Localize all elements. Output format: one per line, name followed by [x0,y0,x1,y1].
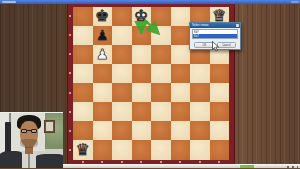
square-h4[interactable] [210,83,230,102]
square-d2[interactable] [132,121,152,140]
square-e7[interactable] [151,26,171,45]
square-g3[interactable] [190,102,210,121]
square-a7[interactable] [73,26,93,45]
file-label-h [218,161,220,163]
square-f2[interactable] [171,121,191,140]
square-f8[interactable] [171,7,191,26]
square-c3[interactable] [112,102,132,121]
dialog-list-item-label: Ke7 [193,35,199,38]
black-queen-a1[interactable]: ♛ [73,140,93,159]
square-e5[interactable] [151,64,171,83]
square-d3[interactable] [132,102,152,121]
webcam-video [0,112,63,168]
status-mark [287,166,289,168]
square-g5[interactable] [190,64,210,83]
ok-button-label: OK [202,44,206,47]
square-d5[interactable] [132,64,152,83]
square-h3[interactable] [210,102,230,121]
square-c8[interactable] [112,7,132,26]
window-controls[interactable] [291,1,299,3]
presenter-glasses [21,129,37,134]
square-c2[interactable] [112,121,132,140]
rank-label-3 [69,111,71,113]
square-g1[interactable] [190,140,210,159]
square-e1[interactable] [151,140,171,159]
close-icon[interactable] [236,24,239,27]
square-f7[interactable] [171,26,191,45]
ok-button[interactable]: OK [194,42,214,48]
window-titlebar [0,0,300,4]
square-h1[interactable] [210,140,230,159]
square-b4[interactable] [93,83,113,102]
white-pawn-b6[interactable]: ♟ [93,45,113,64]
file-label-a [82,161,84,163]
square-e8[interactable] [151,7,171,26]
presenter-jacket [34,154,63,168]
black-pawn-b7[interactable]: ♟ [93,26,113,45]
square-h2[interactable] [210,121,230,140]
status-mark [297,166,298,168]
square-f1[interactable] [171,140,191,159]
dialog-list-item-1[interactable]: Ke7 [193,34,237,38]
square-d6[interactable] [132,45,152,64]
window-title-text [2,1,16,3]
file-label-d [140,161,142,163]
dialog-list-item-label: Kd7 [193,31,199,34]
square-a6[interactable] [73,45,93,64]
dialog-listbox: Kd7Ke7 [192,29,238,39]
square-c7[interactable] [112,26,132,45]
square-c4[interactable] [112,83,132,102]
rank-label-8 [69,15,71,17]
square-c6[interactable] [112,45,132,64]
square-d1[interactable] [132,140,152,159]
square-c1[interactable] [112,140,132,159]
rank-label-5 [69,72,71,74]
square-f6[interactable] [171,45,191,64]
square-d7[interactable] [132,26,152,45]
rank-label-4 [69,92,71,94]
square-f3[interactable] [171,102,191,121]
square-h5[interactable] [210,64,230,83]
square-c5[interactable] [112,64,132,83]
mouse-cursor-icon [212,41,220,52]
square-a8[interactable] [73,7,93,26]
file-label-f [179,161,181,163]
square-g4[interactable] [190,83,210,102]
square-a4[interactable] [73,83,93,102]
square-e2[interactable] [151,121,171,140]
square-b1[interactable] [93,140,113,159]
file-label-g [199,161,201,163]
cancel-button-label: Cancel [222,44,230,47]
dialog-titlebar[interactable]: Select move [190,23,240,28]
presenter-jacket [0,151,24,168]
presenter-shirt-placket [28,154,30,168]
square-e3[interactable] [151,102,171,121]
status-progress-indicator [240,165,254,168]
rank-label-6 [69,53,71,55]
status-bar [62,164,300,169]
square-f4[interactable] [171,83,191,102]
square-a3[interactable] [73,102,93,121]
square-b2[interactable] [93,121,113,140]
square-e4[interactable] [151,83,171,102]
rank-label-1 [69,149,71,151]
square-e6[interactable] [151,45,171,64]
square-f5[interactable] [171,64,191,83]
file-label-b [101,161,103,163]
file-label-c [121,161,123,163]
rank-label-7 [69,34,71,36]
square-b5[interactable] [93,64,113,83]
square-a2[interactable] [73,121,93,140]
square-g2[interactable] [190,121,210,140]
square-d4[interactable] [132,83,152,102]
file-label-e [160,161,162,163]
dialog-title: Select move [192,23,209,26]
rank-label-2 [69,130,71,132]
square-a5[interactable] [73,64,93,83]
presenter-beard-shadow [20,139,38,148]
white-king-d8[interactable]: ♚ [132,7,152,26]
picture-frame [44,120,55,133]
black-king-b8[interactable]: ♚ [93,7,113,26]
status-mark [292,166,294,168]
square-b3[interactable] [93,102,113,121]
